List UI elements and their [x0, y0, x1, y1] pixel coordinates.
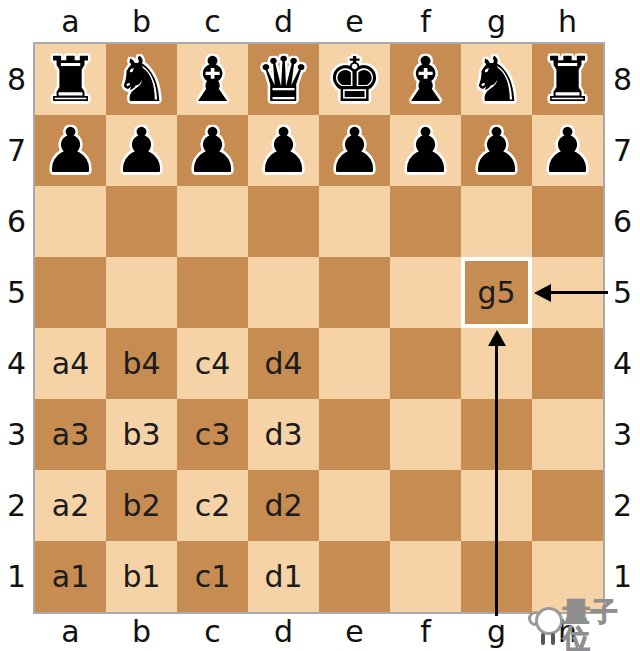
- square-h2[interactable]: [532, 470, 603, 541]
- square-a4[interactable]: a4: [35, 328, 106, 399]
- square-a6[interactable]: [35, 186, 106, 257]
- black-queen[interactable]: ♛: [256, 44, 312, 115]
- square-d4[interactable]: d4: [248, 328, 319, 399]
- rank-label-right-6: 6: [605, 186, 640, 257]
- square-label-d4: d4: [264, 349, 302, 379]
- square-b8[interactable]: ♞: [106, 44, 177, 115]
- square-g5[interactable]: g5: [461, 257, 532, 328]
- file-label-top-a: a: [35, 0, 106, 42]
- square-label-c1: c1: [195, 562, 231, 592]
- rank-label-right-3: 3: [605, 399, 640, 470]
- arrow-to-g5-up-arrowhead-icon: [488, 330, 506, 346]
- black-bishop[interactable]: ♝: [398, 44, 454, 115]
- square-a3[interactable]: a3: [35, 399, 106, 470]
- bottom-file-labels: abcdefgh: [35, 612, 603, 651]
- square-e5[interactable]: [319, 257, 390, 328]
- square-b6[interactable]: [106, 186, 177, 257]
- file-label-top-h: h: [532, 0, 603, 42]
- rank-label-left-4: 4: [0, 328, 33, 399]
- file-label-bottom-b: b: [106, 612, 177, 651]
- square-b4[interactable]: b4: [106, 328, 177, 399]
- file-label-bottom-d: d: [248, 612, 319, 651]
- square-f7[interactable]: ♟: [390, 115, 461, 186]
- square-f8[interactable]: ♝: [390, 44, 461, 115]
- square-e3[interactable]: [319, 399, 390, 470]
- black-rook[interactable]: ♜: [540, 44, 596, 115]
- square-a1[interactable]: a1: [35, 541, 106, 612]
- rank-label-left-7: 7: [0, 115, 33, 186]
- square-f5[interactable]: [390, 257, 461, 328]
- square-h7[interactable]: ♟: [532, 115, 603, 186]
- square-b7[interactable]: ♟: [106, 115, 177, 186]
- square-c4[interactable]: c4: [177, 328, 248, 399]
- square-h6[interactable]: [532, 186, 603, 257]
- square-c6[interactable]: [177, 186, 248, 257]
- square-label-b3: b3: [122, 420, 160, 450]
- black-king[interactable]: ♚: [327, 44, 383, 115]
- arrow-to-g5-left-arrowhead-icon: [534, 284, 551, 302]
- square-label-d3: d3: [264, 420, 302, 450]
- square-h3[interactable]: [532, 399, 603, 470]
- rank-label-right-8: 8: [605, 44, 640, 115]
- square-label-d1: d1: [264, 562, 302, 592]
- rank-label-left-8: 8: [0, 44, 33, 115]
- square-label-c4: c4: [195, 349, 231, 379]
- square-f4[interactable]: [390, 328, 461, 399]
- square-d6[interactable]: [248, 186, 319, 257]
- square-label-b4: b4: [122, 349, 160, 379]
- square-d3[interactable]: d3: [248, 399, 319, 470]
- square-g7[interactable]: ♟: [461, 115, 532, 186]
- square-d5[interactable]: [248, 257, 319, 328]
- square-f1[interactable]: [390, 541, 461, 612]
- square-c5[interactable]: [177, 257, 248, 328]
- rank-label-left-5: 5: [0, 257, 33, 328]
- black-knight[interactable]: ♞: [114, 44, 170, 115]
- file-label-top-f: f: [390, 0, 461, 42]
- black-pawn[interactable]: ♟: [469, 115, 525, 186]
- watermark-text: 量子位: [563, 598, 640, 651]
- arrow-to-g5-vertical-line: [495, 344, 498, 616]
- qbitai-mascot-icon: [528, 603, 561, 647]
- black-pawn[interactable]: ♟: [398, 115, 454, 186]
- square-label-c2: c2: [195, 491, 231, 521]
- square-b1[interactable]: b1: [106, 541, 177, 612]
- square-c3[interactable]: c3: [177, 399, 248, 470]
- square-a7[interactable]: ♟: [35, 115, 106, 186]
- square-c7[interactable]: ♟: [177, 115, 248, 186]
- square-f2[interactable]: [390, 470, 461, 541]
- square-a5[interactable]: [35, 257, 106, 328]
- chess-diagram: abcdefgh 87654321 ♜♞♝♛♚♝♞♜♟♟♟♟♟♟♟♟g5a4b4…: [0, 0, 640, 651]
- rank-label-right-4: 4: [605, 328, 640, 399]
- square-c2[interactable]: c2: [177, 470, 248, 541]
- square-g6[interactable]: [461, 186, 532, 257]
- square-a8[interactable]: ♜: [35, 44, 106, 115]
- square-e6[interactable]: [319, 186, 390, 257]
- arrow-to-g5-horizontal-line: [550, 291, 608, 294]
- square-b2[interactable]: b2: [106, 470, 177, 541]
- highlight-square-label-g5: g5: [477, 278, 515, 308]
- square-a2[interactable]: a2: [35, 470, 106, 541]
- square-d8[interactable]: ♛: [248, 44, 319, 115]
- file-label-bottom-a: a: [35, 612, 106, 651]
- square-f3[interactable]: [390, 399, 461, 470]
- black-pawn[interactable]: ♟: [43, 115, 99, 186]
- file-label-bottom-c: c: [177, 612, 248, 651]
- square-label-b2: b2: [122, 491, 160, 521]
- rank-label-left-1: 1: [0, 541, 33, 612]
- square-b5[interactable]: [106, 257, 177, 328]
- chess-board: ♜♞♝♛♚♝♞♜♟♟♟♟♟♟♟♟g5a4b4c4d4a3b3c3d3a2b2c2…: [33, 42, 605, 614]
- square-e2[interactable]: [319, 470, 390, 541]
- file-label-bottom-f: f: [390, 612, 461, 651]
- square-label-b1: b1: [122, 562, 160, 592]
- square-g8[interactable]: ♞: [461, 44, 532, 115]
- rank-label-right-5: 5: [605, 257, 640, 328]
- square-label-c3: c3: [195, 420, 231, 450]
- file-label-top-e: e: [319, 0, 390, 42]
- square-label-a3: a3: [52, 420, 89, 450]
- file-label-bottom-e: e: [319, 612, 390, 651]
- black-pawn[interactable]: ♟: [256, 115, 312, 186]
- black-pawn[interactable]: ♟: [540, 115, 596, 186]
- right-rank-labels: 87654321: [605, 44, 640, 612]
- square-label-d2: d2: [264, 491, 302, 521]
- black-pawn[interactable]: ♟: [185, 115, 241, 186]
- black-pawn[interactable]: ♟: [114, 115, 170, 186]
- square-e7[interactable]: ♟: [319, 115, 390, 186]
- file-label-top-b: b: [106, 0, 177, 42]
- rank-label-right-2: 2: [605, 470, 640, 541]
- black-rook[interactable]: ♜: [43, 44, 99, 115]
- square-f6[interactable]: [390, 186, 461, 257]
- file-label-bottom-g: g: [461, 612, 532, 651]
- square-h8[interactable]: ♜: [532, 44, 603, 115]
- square-d7[interactable]: ♟: [248, 115, 319, 186]
- left-rank-labels: 87654321: [0, 44, 33, 612]
- square-label-a1: a1: [52, 562, 89, 592]
- square-d2[interactable]: d2: [248, 470, 319, 541]
- black-knight[interactable]: ♞: [469, 44, 525, 115]
- square-h4[interactable]: [532, 328, 603, 399]
- square-b3[interactable]: b3: [106, 399, 177, 470]
- rank-label-left-3: 3: [0, 399, 33, 470]
- rank-label-left-2: 2: [0, 470, 33, 541]
- square-c8[interactable]: ♝: [177, 44, 248, 115]
- qbitai-watermark: 量子位: [528, 601, 640, 649]
- square-label-a2: a2: [52, 491, 89, 521]
- square-d1[interactable]: d1: [248, 541, 319, 612]
- square-e4[interactable]: [319, 328, 390, 399]
- top-file-labels: abcdefgh: [35, 0, 603, 42]
- file-label-top-g: g: [461, 0, 532, 42]
- rank-label-right-7: 7: [605, 115, 640, 186]
- file-label-top-c: c: [177, 0, 248, 42]
- black-bishop[interactable]: ♝: [185, 44, 241, 115]
- square-c1[interactable]: c1: [177, 541, 248, 612]
- rank-label-left-6: 6: [0, 186, 33, 257]
- black-pawn[interactable]: ♟: [327, 115, 383, 186]
- square-e1[interactable]: [319, 541, 390, 612]
- square-e8[interactable]: ♚: [319, 44, 390, 115]
- file-label-top-d: d: [248, 0, 319, 42]
- square-label-a4: a4: [52, 349, 89, 379]
